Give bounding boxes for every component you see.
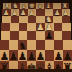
board-square[interactable]: ♟	[18, 50, 27, 61]
board-square[interactable]: ♞	[45, 16, 54, 23]
board-square[interactable]	[1, 31, 10, 40]
board-rank: ♞	[0, 40, 72, 50]
board-square[interactable]	[19, 23, 28, 31]
chessboard[interactable]: ♜♞♝♚♛♝♜♟♟♟♟♟♟♞♟♟♟♞♟♟♟♟♟♟♟♜♝♚♛♝♞♜	[0, 3, 72, 72]
board-square[interactable]	[36, 9, 45, 16]
board-rank: ♞	[2, 16, 70, 23]
board-square[interactable]	[19, 31, 28, 40]
board-rank: ♟♟♟♟♟♟♟	[0, 50, 72, 61]
board-square[interactable]: ♟	[19, 9, 28, 16]
board-rank: ♟	[1, 31, 71, 40]
chess-3d-screenshot: ♜♞♝♚♛♝♜♟♟♟♟♟♟♞♟♟♟♞♟♟♟♟♟♟♟♜♝♚♛♝♞♜	[0, 0, 72, 72]
board-square[interactable]	[53, 16, 62, 23]
board-square[interactable]: ♟	[2, 9, 11, 16]
board-square[interactable]	[54, 40, 63, 50]
board-frame-near-edge	[0, 69, 72, 72]
board-square[interactable]	[27, 40, 36, 50]
board-square[interactable]: ♟	[63, 50, 72, 61]
board-square[interactable]: ♞	[18, 40, 27, 50]
board-square[interactable]	[0, 40, 9, 50]
board-square[interactable]	[36, 16, 45, 23]
board-square[interactable]: ♟	[9, 50, 18, 61]
board-square[interactable]	[1, 23, 10, 31]
board-square[interactable]	[27, 31, 36, 40]
board-square[interactable]	[36, 40, 45, 50]
board-square[interactable]: ♟	[0, 50, 9, 61]
board-square[interactable]	[28, 16, 37, 23]
board-square[interactable]: ♟	[11, 9, 20, 16]
board-square[interactable]: ♟	[28, 9, 37, 16]
board-square[interactable]: ♟	[36, 50, 45, 61]
board-far-edge	[0, 0, 72, 3]
board-square[interactable]: ♟	[53, 9, 62, 16]
board-square[interactable]: ♟	[27, 50, 36, 61]
board-square[interactable]	[11, 16, 20, 23]
board-square[interactable]: ♟	[54, 50, 63, 61]
board-square[interactable]	[54, 31, 63, 40]
board-square[interactable]: ♟	[45, 31, 54, 40]
board-square[interactable]	[19, 16, 28, 23]
board-rank: ♟♟	[1, 23, 71, 31]
board-square[interactable]	[54, 23, 63, 31]
board-rank: ♟♟♟♟♟♟	[2, 9, 70, 16]
board-square[interactable]	[62, 23, 71, 31]
board-square[interactable]	[45, 40, 54, 50]
board-square[interactable]	[45, 9, 54, 16]
board-square[interactable]	[45, 50, 54, 61]
board-square[interactable]: ♟	[36, 23, 45, 31]
board-square[interactable]: ♟	[62, 9, 71, 16]
board-square[interactable]	[62, 16, 71, 23]
board-square[interactable]	[10, 23, 19, 31]
board-square[interactable]	[36, 31, 45, 40]
board-square[interactable]: ♟	[45, 23, 54, 31]
board-square[interactable]	[9, 40, 18, 50]
board-square[interactable]	[27, 23, 36, 31]
board-square[interactable]	[63, 40, 72, 50]
board-square[interactable]	[10, 31, 19, 40]
board-square[interactable]	[62, 31, 71, 40]
board-square[interactable]	[2, 16, 11, 23]
